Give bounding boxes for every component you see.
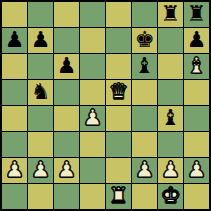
white-rook-icon[interactable]: ♜ (109, 184, 129, 208)
square-b1[interactable] (28, 184, 53, 209)
black-pawn-icon[interactable]: ♟ (31, 28, 51, 52)
square-e7[interactable] (106, 28, 131, 53)
square-e1[interactable]: ♜ (106, 184, 131, 209)
white-bishop-icon[interactable]: ♝ (187, 54, 207, 78)
square-c3[interactable] (54, 132, 79, 157)
white-pawn-icon[interactable]: ♟ (31, 158, 51, 182)
square-f5[interactable] (132, 80, 157, 105)
square-g4[interactable]: ♝ (158, 106, 183, 131)
square-b6[interactable] (28, 54, 53, 79)
square-e8[interactable] (106, 2, 131, 27)
white-pawn-icon[interactable]: ♟ (83, 106, 103, 130)
square-f4[interactable] (132, 106, 157, 131)
square-c7[interactable] (54, 28, 79, 53)
square-a3[interactable] (2, 132, 27, 157)
square-c4[interactable] (54, 106, 79, 131)
square-e2[interactable] (106, 158, 131, 183)
black-bishop-icon[interactable]: ♝ (161, 106, 181, 130)
square-h1[interactable] (184, 184, 209, 209)
white-pawn-icon[interactable]: ♟ (161, 158, 181, 182)
square-b3[interactable] (28, 132, 53, 157)
black-pawn-icon[interactable]: ♟ (57, 54, 77, 78)
square-g7[interactable] (158, 28, 183, 53)
square-g1[interactable]: ♚ (158, 184, 183, 209)
white-pawn-icon[interactable]: ♟ (5, 158, 25, 182)
black-bishop-icon[interactable]: ♝ (135, 54, 155, 78)
square-d2[interactable] (80, 158, 105, 183)
square-a4[interactable] (2, 106, 27, 131)
square-f8[interactable] (132, 2, 157, 27)
black-pawn-icon[interactable]: ♟ (187, 28, 207, 52)
square-a8[interactable] (2, 2, 27, 27)
square-a7[interactable]: ♟ (2, 28, 27, 53)
square-d8[interactable] (80, 2, 105, 27)
chess-app-window: ♜♜♟♟♚♟♟♝♝♞♛♟♝♟♟♟♟♟♟♜♚ (0, 0, 211, 211)
square-f1[interactable] (132, 184, 157, 209)
black-pawn-icon[interactable]: ♟ (5, 28, 25, 52)
square-a5[interactable] (2, 80, 27, 105)
square-d1[interactable] (80, 184, 105, 209)
square-g3[interactable] (158, 132, 183, 157)
chess-board: ♜♜♟♟♚♟♟♝♝♞♛♟♝♟♟♟♟♟♟♜♚ (2, 2, 209, 209)
square-h7[interactable]: ♟ (184, 28, 209, 53)
square-g8[interactable]: ♜ (158, 2, 183, 27)
square-b4[interactable] (28, 106, 53, 131)
square-d5[interactable] (80, 80, 105, 105)
white-king-icon[interactable]: ♚ (161, 184, 181, 208)
square-g6[interactable] (158, 54, 183, 79)
square-f7[interactable]: ♚ (132, 28, 157, 53)
black-king-icon[interactable]: ♚ (135, 28, 155, 52)
square-c2[interactable]: ♟ (54, 158, 79, 183)
square-e3[interactable] (106, 132, 131, 157)
square-g5[interactable] (158, 80, 183, 105)
square-c6[interactable]: ♟ (54, 54, 79, 79)
square-e4[interactable] (106, 106, 131, 131)
black-rook-icon[interactable]: ♜ (161, 2, 181, 26)
square-d3[interactable] (80, 132, 105, 157)
square-h8[interactable]: ♜ (184, 2, 209, 27)
square-f2[interactable]: ♟ (132, 158, 157, 183)
square-f6[interactable]: ♝ (132, 54, 157, 79)
black-rook-icon[interactable]: ♜ (187, 2, 207, 26)
square-b8[interactable] (28, 2, 53, 27)
square-c1[interactable] (54, 184, 79, 209)
square-b7[interactable]: ♟ (28, 28, 53, 53)
square-e5[interactable]: ♛ (106, 80, 131, 105)
white-pawn-icon[interactable]: ♟ (187, 158, 207, 182)
square-a2[interactable]: ♟ (2, 158, 27, 183)
black-knight-icon[interactable]: ♞ (31, 80, 51, 104)
white-pawn-icon[interactable]: ♟ (57, 158, 77, 182)
square-b2[interactable]: ♟ (28, 158, 53, 183)
square-g2[interactable]: ♟ (158, 158, 183, 183)
square-a1[interactable] (2, 184, 27, 209)
white-queen-icon[interactable]: ♛ (109, 80, 129, 104)
square-d7[interactable] (80, 28, 105, 53)
square-h6[interactable]: ♝ (184, 54, 209, 79)
square-d4[interactable]: ♟ (80, 106, 105, 131)
square-a6[interactable] (2, 54, 27, 79)
square-c8[interactable] (54, 2, 79, 27)
square-d6[interactable] (80, 54, 105, 79)
square-h3[interactable] (184, 132, 209, 157)
white-pawn-icon[interactable]: ♟ (135, 158, 155, 182)
square-h4[interactable] (184, 106, 209, 131)
square-h2[interactable]: ♟ (184, 158, 209, 183)
square-f3[interactable] (132, 132, 157, 157)
square-b5[interactable]: ♞ (28, 80, 53, 105)
square-h5[interactable] (184, 80, 209, 105)
square-e6[interactable] (106, 54, 131, 79)
square-c5[interactable] (54, 80, 79, 105)
